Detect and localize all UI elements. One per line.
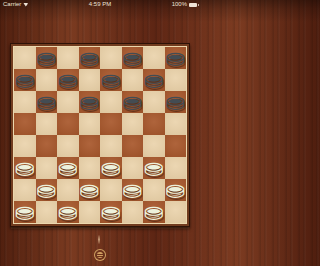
square-d2[interactable]: ⛂: [79, 179, 101, 201]
piece-light[interactable]: ⛂: [101, 201, 121, 223]
square-a5[interactable]: [14, 113, 36, 135]
square-f6[interactable]: ⛂: [122, 91, 144, 113]
piece-light[interactable]: ⛂: [15, 201, 35, 223]
square-f1[interactable]: [122, 201, 144, 223]
square-d4[interactable]: [79, 135, 101, 157]
square-g5[interactable]: [143, 113, 165, 135]
square-d5[interactable]: [79, 113, 101, 135]
piece-dark[interactable]: ⛂: [165, 47, 185, 69]
wood-notch-decor: [98, 235, 100, 244]
square-e7[interactable]: ⛂: [100, 69, 122, 91]
square-c6[interactable]: [57, 91, 79, 113]
piece-light[interactable]: ⛂: [101, 157, 121, 179]
square-e6[interactable]: [100, 91, 122, 113]
status-right: 100%: [172, 0, 197, 9]
piece-dark[interactable]: ⛂: [36, 47, 56, 69]
piece-dark[interactable]: ⛂: [15, 69, 35, 91]
square-d8[interactable]: ⛂: [79, 47, 101, 69]
square-h1[interactable]: [165, 201, 187, 223]
square-f5[interactable]: [122, 113, 144, 135]
square-h8[interactable]: ⛂: [165, 47, 187, 69]
square-e1[interactable]: ⛂: [100, 201, 122, 223]
piece-dark[interactable]: ⛂: [58, 69, 78, 91]
square-e5[interactable]: [100, 113, 122, 135]
square-d1[interactable]: [79, 201, 101, 223]
square-h2[interactable]: ⛂: [165, 179, 187, 201]
square-f8[interactable]: ⛂: [122, 47, 144, 69]
piece-light[interactable]: ⛂: [79, 179, 99, 201]
checkers-board: ⛂⛂⛂⛂⛂⛂⛂⛂⛂⛂⛂⛂⛂⛂⛂⛂⛂⛂⛂⛂⛂⛂⛂⛂: [10, 43, 190, 227]
square-d6[interactable]: ⛂: [79, 91, 101, 113]
piece-dark[interactable]: ⛂: [79, 91, 99, 113]
piece-dark[interactable]: ⛂: [36, 91, 56, 113]
clock-label: 4:59 PM: [89, 0, 111, 9]
square-b6[interactable]: ⛂: [36, 91, 58, 113]
carrier-label: Carrier: [3, 0, 21, 9]
square-c7[interactable]: ⛂: [57, 69, 79, 91]
piece-light[interactable]: ⛂: [58, 157, 78, 179]
piece-dark[interactable]: ⛂: [144, 69, 164, 91]
piece-light[interactable]: ⛂: [165, 179, 185, 201]
piece-dark[interactable]: ⛂: [79, 47, 99, 69]
brand-medallion-icon[interactable]: [94, 249, 106, 261]
square-a7[interactable]: ⛂: [14, 69, 36, 91]
square-a3[interactable]: ⛂: [14, 157, 36, 179]
square-b5[interactable]: [36, 113, 58, 135]
piece-light[interactable]: ⛂: [144, 157, 164, 179]
piece-dark[interactable]: ⛂: [165, 91, 185, 113]
square-b4[interactable]: [36, 135, 58, 157]
square-a1[interactable]: ⛂: [14, 201, 36, 223]
status-left: Carrier: [3, 0, 28, 9]
square-b1[interactable]: [36, 201, 58, 223]
square-g7[interactable]: ⛂: [143, 69, 165, 91]
square-e3[interactable]: ⛂: [100, 157, 122, 179]
piece-dark[interactable]: ⛂: [122, 91, 142, 113]
square-b8[interactable]: ⛂: [36, 47, 58, 69]
square-c1[interactable]: ⛂: [57, 201, 79, 223]
piece-light[interactable]: ⛂: [58, 201, 78, 223]
square-f4[interactable]: [122, 135, 144, 157]
square-b2[interactable]: ⛂: [36, 179, 58, 201]
square-c5[interactable]: [57, 113, 79, 135]
battery-percent-label: 100%: [172, 0, 187, 9]
battery-icon: [189, 3, 197, 7]
wifi-icon: [23, 3, 28, 7]
square-g1[interactable]: ⛂: [143, 201, 165, 223]
piece-light[interactable]: ⛂: [36, 179, 56, 201]
square-h5[interactable]: [165, 113, 187, 135]
square-h6[interactable]: ⛂: [165, 91, 187, 113]
square-h4[interactable]: [165, 135, 187, 157]
square-c3[interactable]: ⛂: [57, 157, 79, 179]
status-bar: Carrier 4:59 PM 100%: [0, 0, 200, 9]
piece-light[interactable]: ⛂: [122, 179, 142, 201]
piece-light[interactable]: ⛂: [144, 201, 164, 223]
square-f2[interactable]: ⛂: [122, 179, 144, 201]
square-g3[interactable]: ⛂: [143, 157, 165, 179]
piece-dark[interactable]: ⛂: [122, 47, 142, 69]
square-a6[interactable]: [14, 91, 36, 113]
piece-dark[interactable]: ⛂: [101, 69, 121, 91]
piece-light[interactable]: ⛂: [15, 157, 35, 179]
square-g6[interactable]: [143, 91, 165, 113]
board-grid: ⛂⛂⛂⛂⛂⛂⛂⛂⛂⛂⛂⛂⛂⛂⛂⛂⛂⛂⛂⛂⛂⛂⛂⛂: [14, 47, 186, 223]
